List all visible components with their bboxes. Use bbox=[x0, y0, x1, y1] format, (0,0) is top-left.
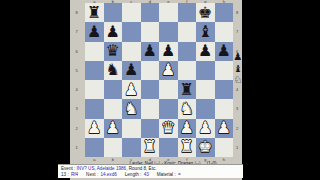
square-c8 bbox=[122, 3, 141, 22]
square-d2 bbox=[141, 119, 160, 138]
status-panel: Event : INV? US, Adelaide 1986, Round 8,… bbox=[58, 164, 243, 178]
captured-black-pawn-icon: ♟ bbox=[234, 51, 243, 63]
rank-label-right-1: 1 bbox=[235, 138, 240, 157]
square-e3 bbox=[159, 99, 178, 118]
white-queen-e2: ♛ bbox=[161, 120, 175, 136]
square-b4 bbox=[104, 80, 123, 99]
status-item-3-label: Material : bbox=[157, 172, 177, 177]
square-d5 bbox=[141, 61, 160, 80]
rank-label-left-1: 1 bbox=[74, 138, 79, 157]
square-c6 bbox=[122, 42, 141, 61]
square-e2: ♛ bbox=[159, 119, 178, 138]
white-king-g1: ♚ bbox=[198, 139, 212, 155]
rank-label-left-4: 4 bbox=[74, 80, 79, 99]
square-f1: ♜ bbox=[178, 138, 197, 157]
rank-label-left-7: 7 bbox=[74, 22, 79, 41]
white-knight-c3: ♞ bbox=[124, 101, 138, 117]
square-h2: ♟ bbox=[215, 119, 234, 138]
event-value: INV? US, Adelaide 1986, bbox=[77, 166, 128, 171]
rank-labels-left: 87654321 bbox=[74, 3, 79, 157]
square-c4: ♟ bbox=[122, 80, 141, 99]
white-pawn-h2: ♟ bbox=[217, 120, 231, 136]
square-b1 bbox=[104, 138, 123, 157]
status-item-1-label: Next : bbox=[86, 172, 99, 177]
square-h1 bbox=[215, 138, 234, 157]
square-d6: ♟ bbox=[141, 42, 160, 61]
square-g1: ♚ bbox=[196, 138, 215, 157]
square-g3 bbox=[196, 99, 215, 118]
square-d4 bbox=[141, 80, 160, 99]
square-c5: ♟ bbox=[122, 61, 141, 80]
chess-board: ♜♚♟♟♝♛♟♟♟♟♞♟♟♟♜♞♞♟♟♛♟♟♟♜♜♚ bbox=[85, 3, 233, 157]
square-e8 bbox=[159, 3, 178, 22]
square-d8 bbox=[141, 3, 160, 22]
square-a4 bbox=[85, 80, 104, 99]
square-e6: ♟ bbox=[159, 42, 178, 61]
rank-label-left-2: 2 bbox=[74, 119, 79, 138]
status-item-2-value: 43 bbox=[144, 172, 149, 177]
square-b6: ♛ bbox=[104, 42, 123, 61]
white-pawn-e5: ♟ bbox=[161, 62, 175, 78]
captured-black-bishop-icon: ♝ bbox=[234, 63, 243, 75]
square-b3 bbox=[104, 99, 123, 118]
status-item-2-label: Length : bbox=[125, 172, 143, 177]
status-item-0: 13 : Rf4 bbox=[61, 172, 78, 177]
square-h7 bbox=[215, 22, 234, 41]
status-line-info: 13 : Rf4Next : 14.exd6Length : 43Materia… bbox=[61, 172, 243, 178]
event-label: Event : bbox=[61, 166, 75, 171]
status-item-1: Next : 14.exd6 bbox=[86, 172, 117, 177]
black-pawn-d6: ♟ bbox=[143, 43, 157, 59]
white-pawn-b2: ♟ bbox=[106, 120, 120, 136]
white-pawn-c4: ♟ bbox=[124, 82, 138, 98]
captured-white-knight-icon: ♘ bbox=[234, 74, 243, 86]
square-c3: ♞ bbox=[122, 99, 141, 118]
square-d7 bbox=[141, 22, 160, 41]
square-b2: ♟ bbox=[104, 119, 123, 138]
square-c2 bbox=[122, 119, 141, 138]
rank-label-left-3: 3 bbox=[74, 99, 79, 118]
black-pawn-e6: ♟ bbox=[161, 43, 175, 59]
square-a6 bbox=[85, 42, 104, 61]
status-item-3: Material : = bbox=[157, 172, 181, 177]
white-rook-f1: ♜ bbox=[180, 139, 194, 155]
white-knight-f3: ♞ bbox=[180, 101, 194, 117]
rank-label-right-3: 3 bbox=[235, 99, 240, 118]
square-g6: ♟ bbox=[196, 42, 215, 61]
black-pawn-h6: ♟ bbox=[217, 43, 231, 59]
rank-label-right-7: 7 bbox=[235, 22, 240, 41]
rank-label-right-2: 2 bbox=[235, 119, 240, 138]
square-d1: ♜ bbox=[141, 138, 160, 157]
square-b5: ♞ bbox=[104, 61, 123, 80]
event-tail: Round 8, Etc. bbox=[129, 166, 157, 171]
square-h3 bbox=[215, 99, 234, 118]
square-f5 bbox=[178, 61, 197, 80]
captured-pieces-tray: ♟♝♘ bbox=[233, 51, 243, 86]
black-bishop-g7: ♝ bbox=[198, 24, 212, 40]
square-h6: ♟ bbox=[215, 42, 234, 61]
rank-label-left-6: 6 bbox=[74, 42, 79, 61]
white-rook-d1: ♜ bbox=[143, 139, 157, 155]
square-g4 bbox=[196, 80, 215, 99]
square-f3: ♞ bbox=[178, 99, 197, 118]
square-e4 bbox=[159, 80, 178, 99]
square-e7 bbox=[159, 22, 178, 41]
black-rook-a8: ♜ bbox=[87, 5, 101, 21]
white-pawn-f2: ♟ bbox=[180, 120, 194, 136]
black-pawn-b7: ♟ bbox=[106, 24, 120, 40]
square-e5: ♟ bbox=[159, 61, 178, 80]
black-king-g8: ♚ bbox=[198, 5, 212, 21]
square-g5 bbox=[196, 61, 215, 80]
square-b8 bbox=[104, 3, 123, 22]
square-f2: ♟ bbox=[178, 119, 197, 138]
square-c1 bbox=[122, 138, 141, 157]
square-e1 bbox=[159, 138, 178, 157]
square-h5 bbox=[215, 61, 234, 80]
square-a5 bbox=[85, 61, 104, 80]
black-pawn-c5: ♟ bbox=[124, 62, 138, 78]
square-h8 bbox=[215, 3, 234, 22]
black-queen-b6: ♛ bbox=[106, 43, 120, 59]
square-f7 bbox=[178, 22, 197, 41]
square-b7: ♟ bbox=[104, 22, 123, 41]
square-a8: ♜ bbox=[85, 3, 104, 22]
rank-label-right-8: 8 bbox=[235, 3, 240, 22]
square-c7 bbox=[122, 22, 141, 41]
black-pawn-a7: ♟ bbox=[87, 24, 101, 40]
square-g7: ♝ bbox=[196, 22, 215, 41]
square-a2: ♟ bbox=[85, 119, 104, 138]
square-f4: ♜ bbox=[178, 80, 197, 99]
square-g2: ♟ bbox=[196, 119, 215, 138]
square-a7: ♟ bbox=[85, 22, 104, 41]
square-h4 bbox=[215, 80, 234, 99]
status-item-3-value: = bbox=[178, 172, 181, 177]
status-item-0-value: Rf4 bbox=[71, 172, 78, 177]
black-pawn-g6: ♟ bbox=[198, 43, 212, 59]
white-pawn-a2: ♟ bbox=[87, 120, 101, 136]
white-pawn-g2: ♟ bbox=[198, 120, 212, 136]
square-f6 bbox=[178, 42, 197, 61]
square-g8: ♚ bbox=[196, 3, 215, 22]
black-rook-f4: ♜ bbox=[180, 82, 194, 98]
square-d3 bbox=[141, 99, 160, 118]
rank-label-left-8: 8 bbox=[74, 3, 79, 22]
board-frame: abcdefgh 87654321 ♜♚♟♟♝♛♟♟♟♟♞♟♟♟♜♞♞♟♟♛♟♟… bbox=[70, 0, 242, 180]
status-item-2: Length : 43 bbox=[125, 172, 149, 177]
status-item-1-value: 14.exd6 bbox=[100, 172, 116, 177]
square-f8 bbox=[178, 3, 197, 22]
square-a1 bbox=[85, 138, 104, 157]
square-a3 bbox=[85, 99, 104, 118]
status-item-0-label: 13 : bbox=[61, 172, 70, 177]
black-knight-b5: ♞ bbox=[106, 62, 120, 78]
rank-label-left-5: 5 bbox=[74, 61, 79, 80]
